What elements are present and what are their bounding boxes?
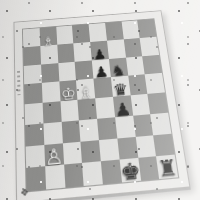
square-b2: ♙ — [44, 143, 64, 167]
square-c3 — [61, 120, 80, 143]
square-e8 — [89, 23, 107, 42]
square-c6 — [58, 61, 76, 81]
square-d3 — [79, 119, 99, 142]
square-d2 — [81, 140, 101, 164]
square-h6 — [142, 54, 162, 74]
square-e5 — [93, 77, 112, 98]
square-a1 — [26, 167, 46, 192]
square-c1 — [64, 163, 84, 188]
square-d5: ♗ — [76, 79, 95, 100]
chess-board: ❖ ♗♟♟♞♔♗♛♟♙♚♜ — [13, 10, 190, 200]
square-d7 — [73, 42, 91, 62]
square-a8 — [23, 28, 40, 47]
square-a5 — [24, 83, 42, 104]
square-c7 — [57, 43, 75, 63]
square-h3 — [150, 112, 171, 134]
square-c5: ♔ — [59, 80, 78, 101]
square-d4 — [78, 98, 97, 120]
square-a2 — [26, 144, 45, 168]
square-b5 — [42, 82, 60, 103]
square-d8 — [72, 24, 90, 43]
square-d1 — [82, 161, 103, 185]
square-b8: ♗ — [39, 27, 56, 46]
square-h4 — [148, 92, 168, 114]
square-b3 — [43, 122, 62, 145]
square-e7: ♟ — [90, 40, 109, 59]
square-h1: ♜ — [156, 155, 178, 179]
board-grid: ♗♟♟♞♔♗♛♟♙♚♜ — [23, 19, 178, 191]
square-a6 — [24, 64, 42, 84]
square-h8 — [137, 19, 156, 38]
square-e4 — [95, 97, 115, 119]
square-c4 — [60, 100, 79, 122]
square-e2 — [99, 138, 119, 161]
border-brand-marking — [17, 71, 20, 95]
square-b4 — [42, 101, 61, 123]
square-e1 — [101, 160, 122, 184]
square-e3 — [97, 117, 117, 140]
square-h5 — [145, 73, 165, 94]
square-a7 — [23, 46, 41, 66]
square-a3 — [25, 123, 44, 146]
square-a4 — [25, 103, 44, 125]
square-c2 — [62, 141, 82, 165]
square-b1 — [45, 165, 65, 190]
square-h7 — [140, 36, 159, 55]
square-d6 — [75, 60, 94, 80]
board-photo: ❖ ♗♟♟♞♔♗♛♟♙♚♜ — [0, 0, 200, 200]
square-e6: ♟ — [92, 59, 111, 79]
square-b7 — [40, 44, 58, 64]
black-rook: ♜ — [157, 157, 179, 182]
square-b6 — [41, 63, 59, 83]
square-h2 — [153, 133, 174, 156]
square-c8 — [56, 26, 74, 45]
